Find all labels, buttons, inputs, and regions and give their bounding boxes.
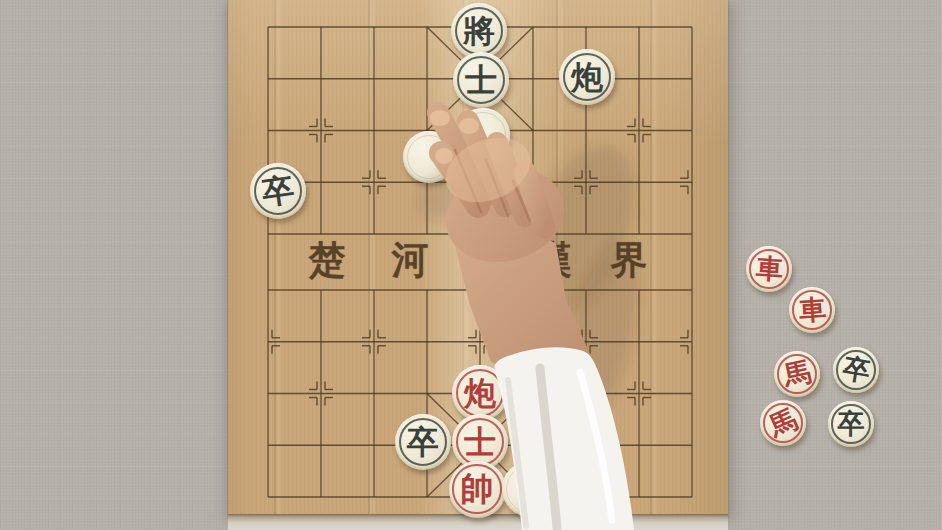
piece-character: 士 [464,426,496,458]
piece-in-hand[interactable] [403,131,455,183]
red-general[interactable]: 帥 [449,461,506,518]
black-cannon[interactable]: 炮 [559,49,615,105]
piece-character: 士 [465,64,497,96]
black-soldier-1[interactable]: 卒 [833,347,879,393]
piece-character: 車 [798,296,827,325]
red-chariot-1[interactable]: 車 [746,246,792,292]
red-cannon[interactable]: 炮 [452,365,508,421]
black-soldier-advanced[interactable]: 卒 [395,414,451,470]
piece-character: 車 [755,255,784,284]
piece-character: 將 [463,15,495,47]
occluded-piece-under-hand[interactable] [456,108,510,162]
piece-character: 炮 [464,377,496,409]
piece-character: 帥 [461,473,494,506]
piece-character: 馬 [781,358,813,390]
black-general[interactable]: 將 [451,3,507,59]
piece-character: 卒 [260,173,296,209]
black-soldier-2[interactable]: 卒 [828,401,874,447]
piece-character: 卒 [407,426,439,458]
river-seal-char: 楚 [309,235,346,287]
piece-character: 炮 [571,61,603,93]
river-seal-char: 河 [392,235,429,287]
piece-ring [506,465,554,513]
black-soldier-left[interactable]: 卒 [250,163,306,219]
river-seal-char: 界 [611,235,648,287]
black-advisor[interactable]: 士 [453,52,509,108]
river-seal-char: 漢 [535,235,572,287]
piece-ring [460,112,506,158]
piece-ring [407,135,452,180]
xiangqi-scene: 楚河漢界 將士炮卒炮卒士帥車車馬卒馬卒 [0,0,942,530]
piece-character: 卒 [838,411,865,438]
red-horse-1[interactable]: 馬 [774,351,820,397]
piece-character: 卒 [840,354,871,385]
red-horse-2[interactable]: 馬 [760,400,806,446]
occluded-piece-behind-sleeve[interactable] [502,461,558,517]
red-chariot-2[interactable]: 車 [789,287,835,333]
